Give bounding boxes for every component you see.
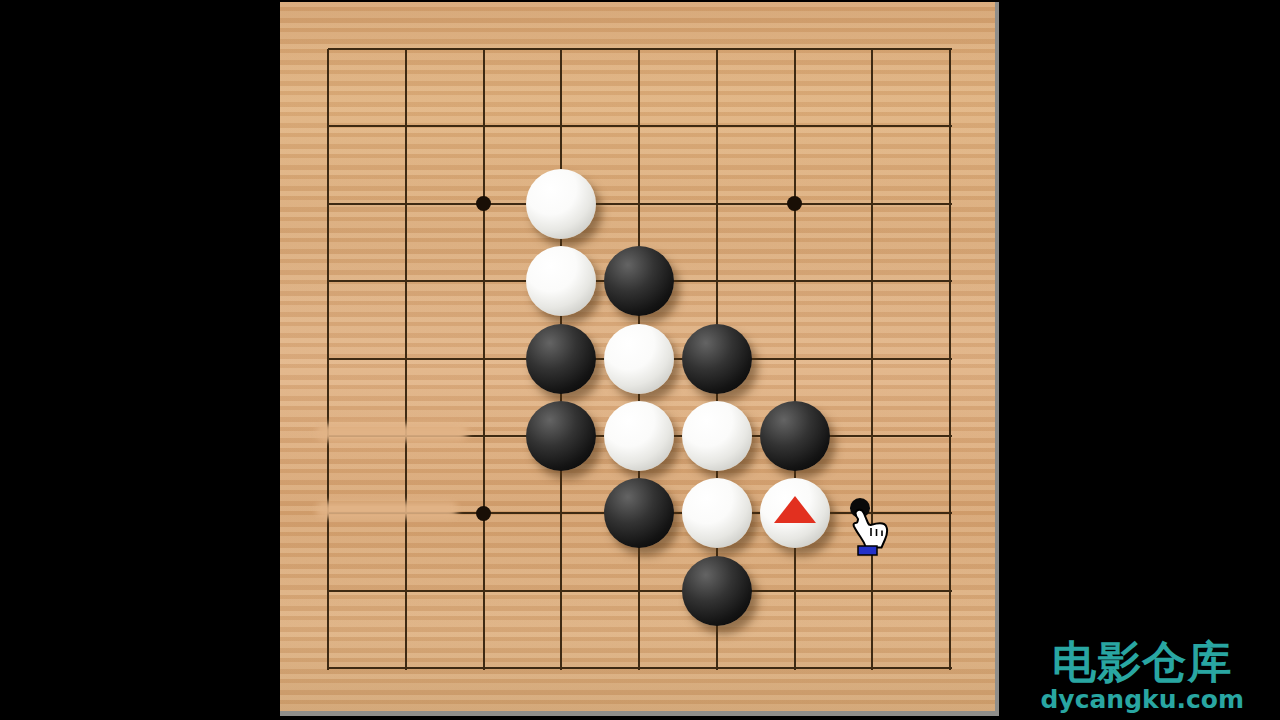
black-stone-6-8 <box>682 556 752 626</box>
hand-holding-black-stone-cursor-icon <box>841 495 895 557</box>
white-stone-7-7-last-move <box>760 478 830 548</box>
wood-smudge-artifact <box>316 424 468 441</box>
grid-line-v-3 <box>483 49 485 670</box>
black-stone-5-4 <box>604 246 674 316</box>
grid-line-v-2 <box>405 49 407 670</box>
star-point-3-3 <box>476 196 491 211</box>
grid-line-h-9 <box>328 667 952 669</box>
white-stone-6-7 <box>682 478 752 548</box>
grid-line-h-8 <box>328 590 952 592</box>
white-stone-4-3 <box>526 169 596 239</box>
grid-line-v-1 <box>327 49 329 670</box>
grid-line-v-8 <box>871 49 873 670</box>
white-stone-5-5 <box>604 324 674 394</box>
white-stone-5-6 <box>604 401 674 471</box>
black-stone-4-5 <box>526 324 596 394</box>
star-point-7-3 <box>787 196 802 211</box>
white-stone-6-6 <box>682 401 752 471</box>
black-stone-7-6 <box>760 401 830 471</box>
watermark: 电影仓库 dycangku.com <box>1040 640 1244 712</box>
grid-line-v-7 <box>794 49 796 670</box>
black-stone-5-7 <box>604 478 674 548</box>
last-move-triangle-marker <box>774 496 816 523</box>
grid-line-v-9 <box>949 49 951 670</box>
grid-line-h-1 <box>328 48 952 50</box>
grid-line-h-2 <box>328 125 952 127</box>
watermark-site-name: 电影仓库 <box>1040 640 1244 684</box>
grid-line-h-3 <box>328 203 952 205</box>
black-stone-6-5 <box>682 324 752 394</box>
video-frame: 电影仓库 dycangku.com <box>0 0 1280 720</box>
star-point-3-7 <box>476 506 491 521</box>
watermark-site-url: dycangku.com <box>1040 687 1244 712</box>
white-stone-4-4 <box>526 246 596 316</box>
black-stone-4-6 <box>526 401 596 471</box>
wood-smudge-artifact <box>316 502 458 518</box>
board-grid[interactable] <box>0 0 1280 720</box>
